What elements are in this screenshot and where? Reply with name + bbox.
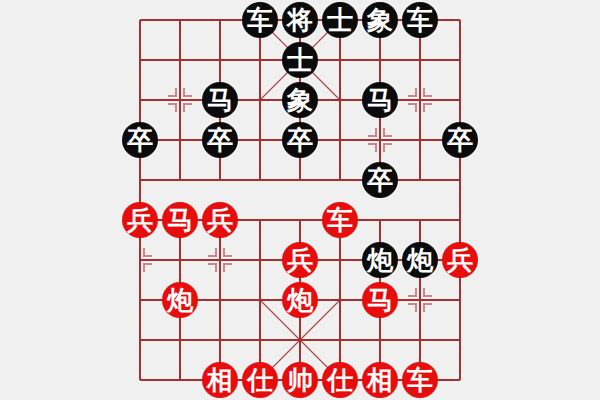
piece-red-advisor[interactable]: 仕 xyxy=(322,362,358,398)
piece-red-horse[interactable]: 马 xyxy=(162,202,198,238)
piece-red-elephant[interactable]: 相 xyxy=(362,362,398,398)
piece-red-soldier[interactable]: 兵 xyxy=(202,202,238,238)
piece-black-chariot[interactable]: 车 xyxy=(402,2,438,38)
piece-black-advisor[interactable]: 士 xyxy=(322,2,358,38)
piece-black-elephant[interactable]: 象 xyxy=(362,2,398,38)
xiangqi-board: 车将士象车士马象马卒卒卒卒卒炮炮兵马兵车兵兵炮炮马相仕帅仕相车 xyxy=(0,0,600,400)
point-marker xyxy=(407,87,433,113)
point-marker xyxy=(367,127,393,153)
piece-black-horse[interactable]: 马 xyxy=(202,82,238,118)
piece-black-horse[interactable]: 马 xyxy=(362,82,398,118)
piece-red-horse[interactable]: 马 xyxy=(362,282,398,318)
piece-black-soldier[interactable]: 卒 xyxy=(282,122,318,158)
piece-black-soldier[interactable]: 卒 xyxy=(202,122,238,158)
piece-red-general[interactable]: 帅 xyxy=(282,362,318,398)
point-marker xyxy=(207,247,233,273)
piece-red-soldier[interactable]: 兵 xyxy=(442,242,478,278)
piece-black-elephant[interactable]: 象 xyxy=(282,82,318,118)
piece-black-soldier[interactable]: 卒 xyxy=(362,162,398,198)
piece-black-general[interactable]: 将 xyxy=(282,2,318,38)
piece-black-chariot[interactable]: 车 xyxy=(242,2,278,38)
piece-red-soldier[interactable]: 兵 xyxy=(282,242,318,278)
point-marker xyxy=(407,287,433,313)
piece-red-chariot[interactable]: 车 xyxy=(402,362,438,398)
piece-red-advisor[interactable]: 仕 xyxy=(242,362,278,398)
piece-black-soldier[interactable]: 卒 xyxy=(122,122,158,158)
piece-red-soldier[interactable]: 兵 xyxy=(122,202,158,238)
piece-black-cannon[interactable]: 炮 xyxy=(402,242,438,278)
piece-red-chariot[interactable]: 车 xyxy=(322,202,358,238)
board-grid[interactable]: 车将士象车士马象马卒卒卒卒卒炮炮兵马兵车兵兵炮炮马相仕帅仕相车 xyxy=(120,0,480,400)
point-marker xyxy=(127,247,153,273)
piece-black-advisor[interactable]: 士 xyxy=(282,42,318,78)
piece-red-cannon[interactable]: 炮 xyxy=(162,282,198,318)
piece-red-elephant[interactable]: 相 xyxy=(202,362,238,398)
piece-red-cannon[interactable]: 炮 xyxy=(282,282,318,318)
piece-black-cannon[interactable]: 炮 xyxy=(362,242,398,278)
piece-black-soldier[interactable]: 卒 xyxy=(442,122,478,158)
point-marker xyxy=(167,87,193,113)
